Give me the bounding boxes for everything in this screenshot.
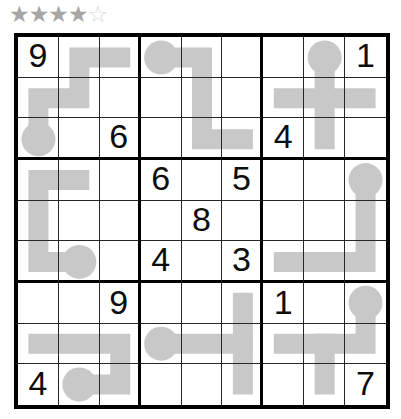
given-digit: 4 [151, 240, 170, 279]
cell-r8c1[interactable] [18, 324, 59, 365]
cell-r5c6[interactable] [222, 201, 263, 242]
cell-r9c6[interactable] [222, 364, 263, 405]
cell-r2c1[interactable] [18, 78, 59, 119]
cell-r8c6[interactable] [222, 324, 263, 365]
cell-r5c3[interactable] [100, 201, 141, 242]
given-digit: 8 [192, 200, 211, 239]
cell-r7c2[interactable] [59, 283, 100, 324]
cell-r8c5[interactable] [182, 324, 223, 365]
star-filled-icon: ★ [68, 1, 88, 27]
cell-r4c2[interactable] [59, 160, 100, 201]
cell-r4c4: 6 [141, 160, 182, 201]
cell-r7c9[interactable] [345, 283, 386, 324]
cell-r1c1: 9 [18, 37, 59, 78]
cell-r7c5[interactable] [182, 283, 223, 324]
cell-r6c4: 4 [141, 241, 182, 283]
cell-r1c4[interactable] [141, 37, 182, 78]
cell-r6c1[interactable] [18, 241, 59, 283]
cell-r2c3[interactable] [100, 78, 141, 119]
cell-r2c2[interactable] [59, 78, 100, 119]
cell-r3c4[interactable] [141, 118, 182, 160]
cell-r9c5[interactable] [182, 364, 223, 405]
cell-r2c4[interactable] [141, 78, 182, 119]
given-digit: 1 [356, 36, 375, 75]
given-digit: 6 [109, 117, 128, 156]
cell-r4c8[interactable] [304, 160, 345, 201]
given-digit: 3 [232, 240, 251, 279]
star-filled-icon: ★ [29, 1, 49, 27]
cell-r6c7[interactable] [263, 241, 304, 283]
cell-r8c8[interactable] [304, 324, 345, 365]
cell-r1c5[interactable] [182, 37, 223, 78]
cell-r3c1[interactable] [18, 118, 59, 160]
cell-r4c1[interactable] [18, 160, 59, 201]
sudoku-cells: 9164658439147 [18, 37, 386, 405]
cell-r3c8[interactable] [304, 118, 345, 160]
star-filled-icon: ★ [9, 1, 29, 27]
cell-r5c7[interactable] [263, 201, 304, 242]
cell-r2c7[interactable] [263, 78, 304, 119]
cell-r9c1: 4 [18, 364, 59, 405]
cell-r5c8[interactable] [304, 201, 345, 242]
cell-r4c6: 5 [222, 160, 263, 201]
cell-r5c9[interactable] [345, 201, 386, 242]
cell-r2c8[interactable] [304, 78, 345, 119]
cell-r2c9[interactable] [345, 78, 386, 119]
cell-r5c1[interactable] [18, 201, 59, 242]
given-digit: 4 [28, 364, 47, 403]
cell-r8c9[interactable] [345, 324, 386, 365]
cell-r3c6[interactable] [222, 118, 263, 160]
cell-r6c2[interactable] [59, 241, 100, 283]
cell-r8c7[interactable] [263, 324, 304, 365]
given-digit: 6 [151, 159, 170, 198]
sudoku-board: 9164658439147 [14, 33, 390, 409]
cell-r8c4[interactable] [141, 324, 182, 365]
given-digit: 1 [274, 283, 293, 322]
cell-r1c9: 1 [345, 37, 386, 78]
cell-r9c4[interactable] [141, 364, 182, 405]
cell-r1c3[interactable] [100, 37, 141, 78]
cell-r5c4[interactable] [141, 201, 182, 242]
cell-r1c8[interactable] [304, 37, 345, 78]
cell-r2c6[interactable] [222, 78, 263, 119]
cell-r4c7[interactable] [263, 160, 304, 201]
cell-r9c9: 7 [345, 364, 386, 405]
cell-r1c6[interactable] [222, 37, 263, 78]
cell-r5c5: 8 [182, 201, 223, 242]
cell-r4c3[interactable] [100, 160, 141, 201]
given-digit: 9 [109, 283, 128, 322]
cell-r9c3[interactable] [100, 364, 141, 405]
cell-r7c3: 9 [100, 283, 141, 324]
cell-r8c2[interactable] [59, 324, 100, 365]
cell-r7c7: 1 [263, 283, 304, 324]
cell-r3c9[interactable] [345, 118, 386, 160]
cell-r3c5[interactable] [182, 118, 223, 160]
cell-r7c6[interactable] [222, 283, 263, 324]
cell-r6c9[interactable] [345, 241, 386, 283]
cell-r9c8[interactable] [304, 364, 345, 405]
cell-r7c4[interactable] [141, 283, 182, 324]
cell-r8c3[interactable] [100, 324, 141, 365]
cell-r6c6: 3 [222, 241, 263, 283]
given-digit: 9 [28, 36, 47, 75]
cell-r6c8[interactable] [304, 241, 345, 283]
cell-r9c7[interactable] [263, 364, 304, 405]
cell-r6c3[interactable] [100, 241, 141, 283]
cell-r6c5[interactable] [182, 241, 223, 283]
cell-r3c3: 6 [100, 118, 141, 160]
cell-r7c8[interactable] [304, 283, 345, 324]
cell-r1c7[interactable] [263, 37, 304, 78]
given-digit: 7 [356, 364, 375, 403]
star-filled-icon: ★ [48, 1, 68, 27]
given-digit: 4 [274, 117, 293, 156]
cell-r9c2[interactable] [59, 364, 100, 405]
difficulty-rating: ★★★★☆ [9, 2, 107, 27]
cell-r1c2[interactable] [59, 37, 100, 78]
cell-r3c2[interactable] [59, 118, 100, 160]
cell-r3c7: 4 [263, 118, 304, 160]
given-digit: 5 [232, 159, 251, 198]
cell-r2c5[interactable] [182, 78, 223, 119]
cell-r4c5[interactable] [182, 160, 223, 201]
star-empty-icon: ☆ [88, 1, 108, 27]
cell-r5c2[interactable] [59, 201, 100, 242]
cell-r4c9[interactable] [345, 160, 386, 201]
cell-r7c1[interactable] [18, 283, 59, 324]
